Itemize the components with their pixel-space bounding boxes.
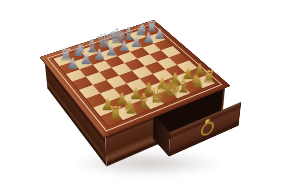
chess-chest: ♜♞♝♛♚♝♞♜♟♟♟♟♟♟♟♟♟♟♟♟♟♟♟♟♜♞♝♛♚♝♞♜	[53, 27, 215, 126]
ring-pull	[207, 119, 208, 135]
ring-pull-ring-icon	[200, 119, 214, 138]
chess-set-photo: ♜♞♝♛♚♝♞♜♟♟♟♟♟♟♟♟♟♟♟♟♟♟♟♟♜♞♝♛♚♝♞♜	[0, 0, 290, 193]
scene: ♜♞♝♛♚♝♞♜♟♟♟♟♟♟♟♟♟♟♟♟♟♟♟♟♜♞♝♛♚♝♞♜	[0, 0, 290, 193]
